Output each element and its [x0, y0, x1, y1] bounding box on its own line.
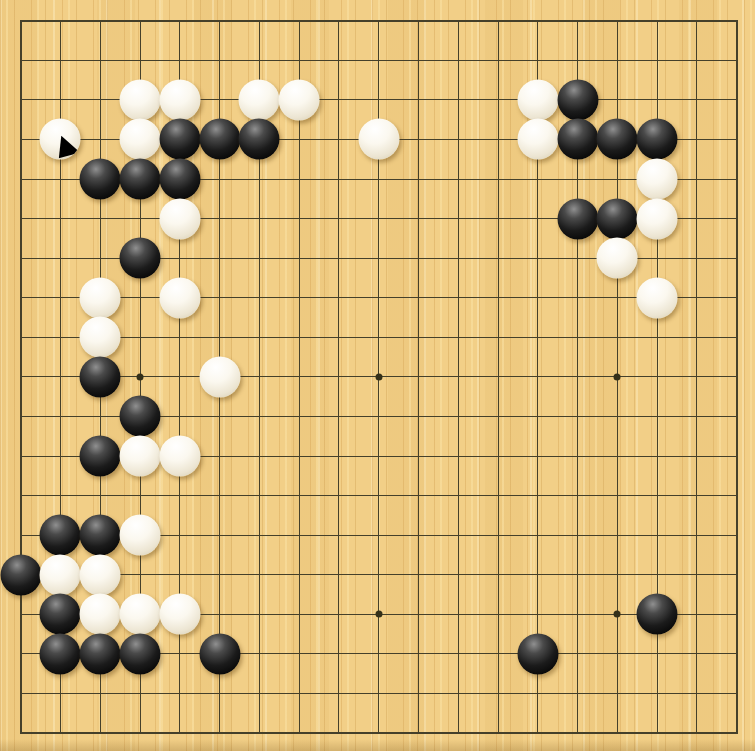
black-stone: [80, 356, 121, 397]
black-stone: [159, 119, 200, 160]
white-stone: [40, 119, 81, 160]
go-board[interactable]: [0, 0, 755, 751]
white-stone: [80, 594, 121, 635]
star-point: [137, 373, 144, 380]
black-stone: [557, 119, 598, 160]
grid-line-vertical: [736, 20, 738, 734]
grid-line-horizontal: [20, 495, 738, 496]
white-stone: [80, 277, 121, 318]
white-stone: [239, 79, 280, 120]
black-stone: [199, 633, 240, 674]
white-stone: [517, 119, 558, 160]
black-stone: [80, 436, 121, 477]
black-stone: [40, 515, 81, 556]
black-stone: [597, 198, 638, 239]
black-stone: [80, 159, 121, 200]
white-stone: [120, 79, 161, 120]
black-stone: [597, 119, 638, 160]
star-point: [375, 373, 382, 380]
white-stone: [517, 79, 558, 120]
star-point: [614, 611, 621, 618]
grid-line-vertical: [458, 20, 459, 734]
grid-line-horizontal: [20, 574, 738, 575]
white-stone: [159, 79, 200, 120]
black-stone: [80, 515, 121, 556]
white-stone: [159, 594, 200, 635]
white-stone: [637, 277, 678, 318]
white-stone: [597, 238, 638, 279]
black-stone: [637, 594, 678, 635]
black-stone: [159, 159, 200, 200]
go-board-screenshot: [0, 0, 755, 751]
black-stone: [80, 633, 121, 674]
white-stone: [40, 554, 81, 595]
white-stone: [279, 79, 320, 120]
triangle-marker-icon: [40, 119, 81, 160]
white-stone: [120, 436, 161, 477]
white-stone: [80, 554, 121, 595]
grid-line-horizontal: [20, 693, 738, 694]
white-stone: [199, 356, 240, 397]
black-stone: [120, 396, 161, 437]
black-stone: [120, 633, 161, 674]
black-stone: [557, 198, 598, 239]
black-stone: [557, 79, 598, 120]
white-stone: [358, 119, 399, 160]
star-point: [375, 611, 382, 618]
white-stone: [159, 198, 200, 239]
white-stone: [637, 198, 678, 239]
black-stone: [120, 159, 161, 200]
black-stone: [517, 633, 558, 674]
white-stone: [637, 159, 678, 200]
white-stone: [159, 436, 200, 477]
grid-line-vertical: [498, 20, 499, 734]
star-point: [614, 373, 621, 380]
black-stone: [199, 119, 240, 160]
black-stone: [239, 119, 280, 160]
white-stone: [120, 119, 161, 160]
black-stone: [637, 119, 678, 160]
black-stone: [40, 594, 81, 635]
black-stone: [40, 633, 81, 674]
grid-line-horizontal: [20, 732, 738, 734]
white-stone: [159, 277, 200, 318]
black-stone: [0, 554, 41, 595]
black-stone: [120, 238, 161, 279]
grid-line-vertical: [696, 20, 697, 734]
white-stone: [80, 317, 121, 358]
white-stone: [120, 515, 161, 556]
white-stone: [120, 594, 161, 635]
grid-line-vertical: [418, 20, 419, 734]
